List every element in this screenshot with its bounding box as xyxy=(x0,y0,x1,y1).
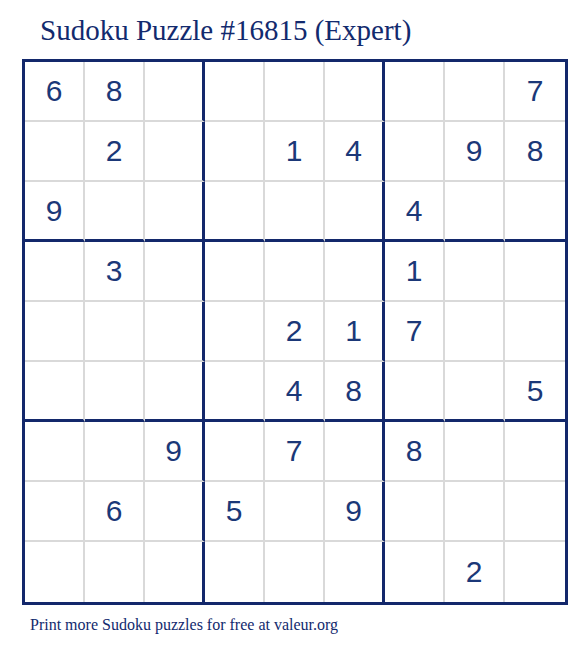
cell-r8c2: 6 xyxy=(85,482,145,542)
cell-r2c3 xyxy=(145,122,205,182)
cell-r3c7: 4 xyxy=(385,182,445,242)
cell-r4c5 xyxy=(265,242,325,302)
cell-r5c9 xyxy=(505,302,565,362)
cell-r5c8 xyxy=(445,302,505,362)
cell-r7c1 xyxy=(25,422,85,482)
cell-r5c3 xyxy=(145,302,205,362)
cell-r7c8 xyxy=(445,422,505,482)
cell-r1c2: 8 xyxy=(85,62,145,122)
cell-r2c4 xyxy=(205,122,265,182)
cell-r1c1: 6 xyxy=(25,62,85,122)
cell-r8c7 xyxy=(385,482,445,542)
cell-r2c2: 2 xyxy=(85,122,145,182)
cell-r8c3 xyxy=(145,482,205,542)
cell-r5c6: 1 xyxy=(325,302,385,362)
cell-r3c1: 9 xyxy=(25,182,85,242)
cell-r5c1 xyxy=(25,302,85,362)
cell-r5c4 xyxy=(205,302,265,362)
cell-r1c3 xyxy=(145,62,205,122)
cell-r3c6 xyxy=(325,182,385,242)
cell-r2c5: 1 xyxy=(265,122,325,182)
cell-r5c5: 2 xyxy=(265,302,325,362)
cell-r9c3 xyxy=(145,542,205,602)
footer-text: Print more Sudoku puzzles for free at va… xyxy=(30,616,338,634)
sudoku-board: 6872149894312174859786592 xyxy=(22,59,568,605)
cell-r9c2 xyxy=(85,542,145,602)
cell-r5c7: 7 xyxy=(385,302,445,362)
cell-r1c9: 7 xyxy=(505,62,565,122)
cell-r7c5: 7 xyxy=(265,422,325,482)
cell-r8c8 xyxy=(445,482,505,542)
cell-r7c3: 9 xyxy=(145,422,205,482)
cell-r6c6: 8 xyxy=(325,362,385,422)
cell-r8c6: 9 xyxy=(325,482,385,542)
cell-r9c1 xyxy=(25,542,85,602)
cell-r6c1 xyxy=(25,362,85,422)
cell-r4c1 xyxy=(25,242,85,302)
cell-r4c4 xyxy=(205,242,265,302)
cell-r5c2 xyxy=(85,302,145,362)
cell-r2c8: 9 xyxy=(445,122,505,182)
cell-r2c6: 4 xyxy=(325,122,385,182)
cell-r6c7 xyxy=(385,362,445,422)
cell-r3c4 xyxy=(205,182,265,242)
cell-r8c9 xyxy=(505,482,565,542)
cell-r7c7: 8 xyxy=(385,422,445,482)
cell-r4c6 xyxy=(325,242,385,302)
cell-r3c2 xyxy=(85,182,145,242)
cell-r9c5 xyxy=(265,542,325,602)
cell-r6c4 xyxy=(205,362,265,422)
cell-r6c9: 5 xyxy=(505,362,565,422)
cell-r7c6 xyxy=(325,422,385,482)
page-title: Sudoku Puzzle #16815 (Expert) xyxy=(40,14,411,47)
cell-r2c9: 8 xyxy=(505,122,565,182)
cell-r2c1 xyxy=(25,122,85,182)
cell-r2c7 xyxy=(385,122,445,182)
cell-r6c8 xyxy=(445,362,505,422)
cell-r1c5 xyxy=(265,62,325,122)
cell-r3c9 xyxy=(505,182,565,242)
cell-r4c9 xyxy=(505,242,565,302)
cell-r8c1 xyxy=(25,482,85,542)
cell-r1c6 xyxy=(325,62,385,122)
cell-r4c3 xyxy=(145,242,205,302)
cell-r3c8 xyxy=(445,182,505,242)
cell-r1c7 xyxy=(385,62,445,122)
cell-r6c2 xyxy=(85,362,145,422)
cell-r4c7: 1 xyxy=(385,242,445,302)
cell-r8c4: 5 xyxy=(205,482,265,542)
cell-r6c5: 4 xyxy=(265,362,325,422)
cell-r7c4 xyxy=(205,422,265,482)
cell-r9c6 xyxy=(325,542,385,602)
cell-r7c9 xyxy=(505,422,565,482)
cell-r7c2 xyxy=(85,422,145,482)
cell-r9c8: 2 xyxy=(445,542,505,602)
cell-r4c2: 3 xyxy=(85,242,145,302)
cell-r9c9 xyxy=(505,542,565,602)
cell-r3c5 xyxy=(265,182,325,242)
cell-r1c8 xyxy=(445,62,505,122)
cell-r9c4 xyxy=(205,542,265,602)
sudoku-page: Sudoku Puzzle #16815 (Expert) 6872149894… xyxy=(0,0,580,651)
cell-r4c8 xyxy=(445,242,505,302)
cell-r9c7 xyxy=(385,542,445,602)
cell-r6c3 xyxy=(145,362,205,422)
cell-r1c4 xyxy=(205,62,265,122)
cell-r8c5 xyxy=(265,482,325,542)
cell-r3c3 xyxy=(145,182,205,242)
